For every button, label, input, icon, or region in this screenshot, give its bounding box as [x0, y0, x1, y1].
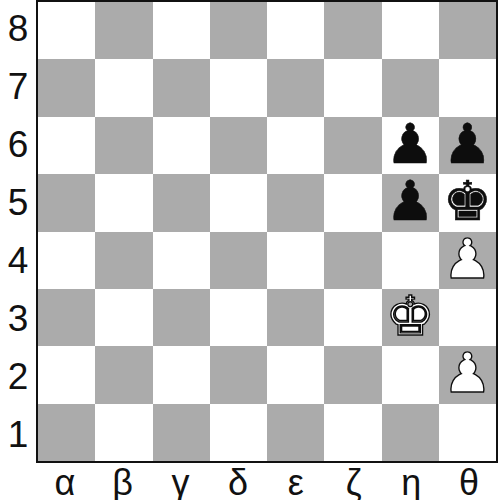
- file-label-6: ζ: [346, 465, 362, 500]
- square-ε4: [267, 232, 324, 289]
- square-β1: [95, 404, 152, 461]
- rank-label-4: 4: [8, 242, 29, 279]
- file-label-2: β: [112, 465, 133, 500]
- square-ζ5: [324, 174, 381, 231]
- square-ε1: [267, 404, 324, 461]
- file-label-8: θ: [459, 465, 479, 500]
- square-α8: [38, 2, 95, 59]
- square-η4: [382, 232, 439, 289]
- square-δ1: [210, 404, 267, 461]
- square-α4: [38, 232, 95, 289]
- rank-label-1: 1: [8, 416, 29, 453]
- square-γ3: [153, 289, 210, 346]
- black-king: ♚: [443, 174, 492, 229]
- square-θ2: ♟: [439, 346, 496, 403]
- black-pawn: ♟: [385, 174, 434, 229]
- square-γ5: [153, 174, 210, 231]
- square-γ1: [153, 404, 210, 461]
- square-δ4: [210, 232, 267, 289]
- white-king: ♚: [385, 289, 434, 344]
- square-ε3: [267, 289, 324, 346]
- file-label-7: η: [401, 465, 421, 500]
- square-ε2: [267, 346, 324, 403]
- chess-board: ♟♟♟♚♟♚♟: [36, 0, 498, 463]
- rank-label-8: 8: [8, 10, 29, 47]
- square-η8: [382, 2, 439, 59]
- square-γ8: [153, 2, 210, 59]
- square-ζ1: [324, 404, 381, 461]
- square-θ6: ♟: [439, 117, 496, 174]
- square-η1: [382, 404, 439, 461]
- square-δ3: [210, 289, 267, 346]
- square-η6: ♟: [382, 117, 439, 174]
- file-label-5: ε: [288, 465, 304, 500]
- square-θ3: [439, 289, 496, 346]
- black-pawn: ♟: [443, 117, 492, 172]
- square-α7: [38, 59, 95, 116]
- square-α1: [38, 404, 95, 461]
- square-ε6: [267, 117, 324, 174]
- file-label-3: γ: [171, 465, 189, 500]
- square-α6: [38, 117, 95, 174]
- square-δ8: [210, 2, 267, 59]
- square-δ6: [210, 117, 267, 174]
- square-θ8: [439, 2, 496, 59]
- square-η2: [382, 346, 439, 403]
- square-β8: [95, 2, 152, 59]
- rank-labels: 87654321: [0, 0, 36, 463]
- corner-spacer: [0, 463, 36, 500]
- file-label-4: δ: [228, 465, 248, 500]
- square-β6: [95, 117, 152, 174]
- square-γ6: [153, 117, 210, 174]
- square-δ7: [210, 59, 267, 116]
- rank-label-6: 6: [8, 126, 29, 163]
- square-γ4: [153, 232, 210, 289]
- square-ζ2: [324, 346, 381, 403]
- rank-label-7: 7: [8, 68, 29, 105]
- square-γ7: [153, 59, 210, 116]
- square-ε7: [267, 59, 324, 116]
- square-γ2: [153, 346, 210, 403]
- square-ε8: [267, 2, 324, 59]
- chess-diagram-page: 87654321 ♟♟♟♚♟♚♟ αβγδεζηθ: [0, 0, 500, 500]
- square-θ1: [439, 404, 496, 461]
- file-labels: αβγδεζηθ: [36, 463, 498, 500]
- square-ζ8: [324, 2, 381, 59]
- rank-label-3: 3: [8, 300, 29, 337]
- white-pawn: ♟: [443, 346, 492, 401]
- rank-label-5: 5: [8, 184, 29, 221]
- square-α2: [38, 346, 95, 403]
- black-pawn: ♟: [385, 117, 434, 172]
- square-β2: [95, 346, 152, 403]
- rank-label-2: 2: [8, 358, 29, 395]
- square-θ4: ♟: [439, 232, 496, 289]
- square-θ7: [439, 59, 496, 116]
- square-η7: [382, 59, 439, 116]
- square-θ5: ♚: [439, 174, 496, 231]
- square-β7: [95, 59, 152, 116]
- square-δ2: [210, 346, 267, 403]
- square-α3: [38, 289, 95, 346]
- square-β3: [95, 289, 152, 346]
- chess-diagram: 87654321 ♟♟♟♚♟♚♟ αβγδεζηθ: [0, 0, 500, 500]
- square-α5: [38, 174, 95, 231]
- square-ζ3: [324, 289, 381, 346]
- square-η5: ♟: [382, 174, 439, 231]
- white-pawn: ♟: [443, 232, 492, 287]
- square-ζ7: [324, 59, 381, 116]
- square-β4: [95, 232, 152, 289]
- square-ζ6: [324, 117, 381, 174]
- square-η3: ♚: [382, 289, 439, 346]
- file-label-1: α: [54, 465, 75, 500]
- square-ζ4: [324, 232, 381, 289]
- square-δ5: [210, 174, 267, 231]
- square-ε5: [267, 174, 324, 231]
- square-β5: [95, 174, 152, 231]
